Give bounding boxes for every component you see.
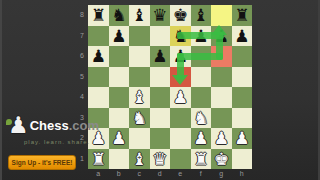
brand-tld: .com: [69, 118, 99, 133]
square-e4: ♟: [170, 87, 191, 108]
rank-label-4: 4: [70, 93, 84, 100]
piece-black-bishop: ♝: [193, 5, 208, 25]
piece-black-pawn: ♟: [91, 46, 106, 66]
rank-label-8: 8: [70, 11, 84, 18]
file-label-h: h: [232, 170, 253, 177]
square-e5: [170, 67, 191, 88]
rank-label-6: 6: [70, 52, 84, 59]
video-frame: ♜♞♝♛♚♝♜♟♞♟♟♟♟♟♟♝♟♞♞♟♟♟♟♟♜♝♛♜♚ 87654321ab…: [0, 0, 320, 180]
square-e3: [170, 108, 191, 129]
file-label-f: f: [191, 170, 212, 177]
square-c3: ♞: [129, 108, 150, 129]
square-b4: [109, 87, 130, 108]
piece-black-pawn: ♟: [214, 26, 229, 46]
square-d7: [150, 26, 171, 47]
square-h3: [232, 108, 253, 129]
square-f2: ♟: [191, 128, 212, 149]
piece-white-rook: ♜: [193, 149, 208, 169]
square-a1: ♜: [88, 149, 109, 170]
square-e6: ♟: [170, 46, 191, 67]
square-f3: ♞: [191, 108, 212, 129]
square-b6: [109, 46, 130, 67]
piece-black-queen: ♛: [152, 5, 167, 25]
file-label-c: c: [129, 170, 150, 177]
file-label-e: e: [170, 170, 191, 177]
square-d4: [150, 87, 171, 108]
square-g4: [211, 87, 232, 108]
square-d6: ♟: [150, 46, 171, 67]
square-a4: [88, 87, 109, 108]
piece-white-bishop: ♝: [132, 149, 147, 169]
file-label-b: b: [109, 170, 130, 177]
square-g2: ♟: [211, 128, 232, 149]
rank-label-7: 7: [70, 32, 84, 39]
square-g1: ♚: [211, 149, 232, 170]
piece-white-queen: ♛: [152, 149, 167, 169]
square-c6: [129, 46, 150, 67]
square-c8: ♝: [129, 5, 150, 26]
square-d1: ♛: [150, 149, 171, 170]
piece-black-pawn: ♟: [173, 46, 188, 66]
square-f8: ♝: [191, 5, 212, 26]
piece-white-pawn: ♟: [193, 128, 208, 148]
square-g6: [211, 46, 232, 67]
square-e2: [170, 128, 191, 149]
chesscom-logo-row: ♟ Chess.com: [8, 112, 92, 138]
square-d5: [150, 67, 171, 88]
chesscom-logo[interactable]: ♟ Chess.com play. learn. share.: [8, 112, 92, 145]
piece-black-pawn: ♟: [111, 26, 126, 46]
square-a7: [88, 26, 109, 47]
square-f5: [191, 67, 212, 88]
square-f6: [191, 46, 212, 67]
square-g5: [211, 67, 232, 88]
piece-white-rook: ♜: [91, 149, 106, 169]
file-label-g: g: [211, 170, 232, 177]
square-h5: [232, 67, 253, 88]
brand-wordmark: Chess.com: [30, 118, 99, 133]
rank-label-5: 5: [70, 73, 84, 80]
piece-white-pawn: ♟: [173, 87, 188, 107]
square-f4: [191, 87, 212, 108]
piece-black-pawn: ♟: [234, 26, 249, 46]
signup-button[interactable]: Sign Up - it's FREE!: [8, 155, 76, 170]
square-h7: ♟: [232, 26, 253, 47]
piece-black-knight: ♞: [173, 26, 188, 46]
square-b1: [109, 149, 130, 170]
square-b8: ♞: [109, 5, 130, 26]
square-h2: ♟: [232, 128, 253, 149]
square-c4: ♝: [129, 87, 150, 108]
piece-white-knight: ♞: [132, 108, 147, 128]
square-g8: [211, 5, 232, 26]
square-a8: ♜: [88, 5, 109, 26]
chess-board: ♜♞♝♛♚♝♜♟♞♟♟♟♟♟♟♝♟♞♞♟♟♟♟♟♜♝♛♜♚: [88, 5, 252, 169]
piece-black-knight: ♞: [111, 5, 126, 25]
piece-white-pawn: ♟: [111, 128, 126, 148]
square-f1: ♜: [191, 149, 212, 170]
square-a5: [88, 67, 109, 88]
square-e7: ♞: [170, 26, 191, 47]
piece-black-rook: ♜: [91, 5, 106, 25]
chesscom-pawn-logo-icon: ♟: [8, 112, 29, 138]
piece-white-king: ♚: [214, 149, 229, 169]
piece-black-bishop: ♝: [132, 5, 147, 25]
square-c5: [129, 67, 150, 88]
file-label-a: a: [88, 170, 109, 177]
square-c2: [129, 128, 150, 149]
square-b7: ♟: [109, 26, 130, 47]
piece-black-pawn: ♟: [193, 26, 208, 46]
square-f7: ♟: [191, 26, 212, 47]
square-a6: ♟: [88, 46, 109, 67]
square-h6: [232, 46, 253, 67]
square-d2: [150, 128, 171, 149]
square-b3: [109, 108, 130, 129]
square-h8: ♜: [232, 5, 253, 26]
piece-white-pawn: ♟: [214, 128, 229, 148]
square-g7: ♟: [211, 26, 232, 47]
square-b5: [109, 67, 130, 88]
piece-white-bishop: ♝: [132, 87, 147, 107]
square-h1: [232, 149, 253, 170]
square-d8: ♛: [150, 5, 171, 26]
square-e1: [170, 149, 191, 170]
brand-chess: Chess: [30, 118, 69, 133]
square-g3: [211, 108, 232, 129]
square-h4: [232, 87, 253, 108]
piece-black-king: ♚: [173, 5, 188, 25]
brand-tagline: play. learn. share.: [24, 139, 92, 145]
piece-white-pawn: ♟: [234, 128, 249, 148]
piece-black-rook: ♜: [234, 5, 249, 25]
square-c7: [129, 26, 150, 47]
piece-black-pawn: ♟: [152, 46, 167, 66]
square-b2: ♟: [109, 128, 130, 149]
piece-white-knight: ♞: [193, 108, 208, 128]
square-e8: ♚: [170, 5, 191, 26]
square-c1: ♝: [129, 149, 150, 170]
square-d3: [150, 108, 171, 129]
file-label-d: d: [150, 170, 171, 177]
